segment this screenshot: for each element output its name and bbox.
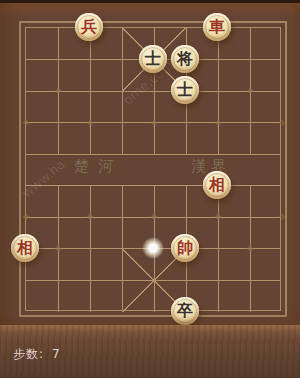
- grid-vline: [218, 28, 219, 154]
- piece-red-elephant[interactable]: 相: [203, 171, 231, 199]
- grid-vline: [218, 186, 219, 313]
- piece-black-general[interactable]: 将: [171, 45, 199, 73]
- piece-red-elephant[interactable]: 相: [11, 234, 39, 262]
- grid-vline: [122, 28, 123, 154]
- piece-red-chariot[interactable]: 車: [203, 13, 231, 41]
- piece-character: 相: [209, 177, 225, 193]
- move-counter-label: 步数:: [13, 347, 44, 361]
- grid-vline: [122, 186, 123, 313]
- piece-black-advisor[interactable]: 士: [139, 45, 167, 73]
- piece-character: 兵: [81, 19, 97, 35]
- xiangqi-board: ❖❖❖❖❖❖❖❖❖❖❖❖❖❖ 楚河 漢界 www.ha ome.com 兵車士将…: [0, 3, 300, 325]
- grid-vline: [90, 28, 91, 154]
- grid-vline: [250, 28, 251, 154]
- piece-red-soldier[interactable]: 兵: [75, 13, 103, 41]
- piece-black-advisor[interactable]: 士: [171, 76, 199, 104]
- piece-black-soldier[interactable]: 卒: [171, 297, 199, 325]
- piece-red-general[interactable]: 帥: [171, 234, 199, 262]
- piece-character: 将: [177, 51, 193, 67]
- grid-vline: [250, 186, 251, 313]
- move-counter: 步数:7: [13, 346, 61, 363]
- move-counter-value: 7: [52, 347, 61, 361]
- piece-character: 士: [145, 51, 161, 67]
- piece-character: 卒: [177, 303, 193, 319]
- grid-vline: [58, 28, 59, 154]
- grid-vline: [58, 186, 59, 313]
- piece-character: 相: [17, 240, 33, 256]
- piece-character: 帥: [177, 240, 193, 256]
- move-hint-dot[interactable]: [142, 237, 164, 259]
- piece-character: 車: [209, 19, 225, 35]
- grid-vline: [90, 186, 91, 313]
- river-label-chu-he: 楚河: [74, 157, 122, 176]
- piece-character: 士: [177, 82, 193, 98]
- xiangqi-puzzle-screen: ❖❖❖❖❖❖❖❖❖❖❖❖❖❖ 楚河 漢界 www.ha ome.com 兵車士将…: [0, 0, 300, 378]
